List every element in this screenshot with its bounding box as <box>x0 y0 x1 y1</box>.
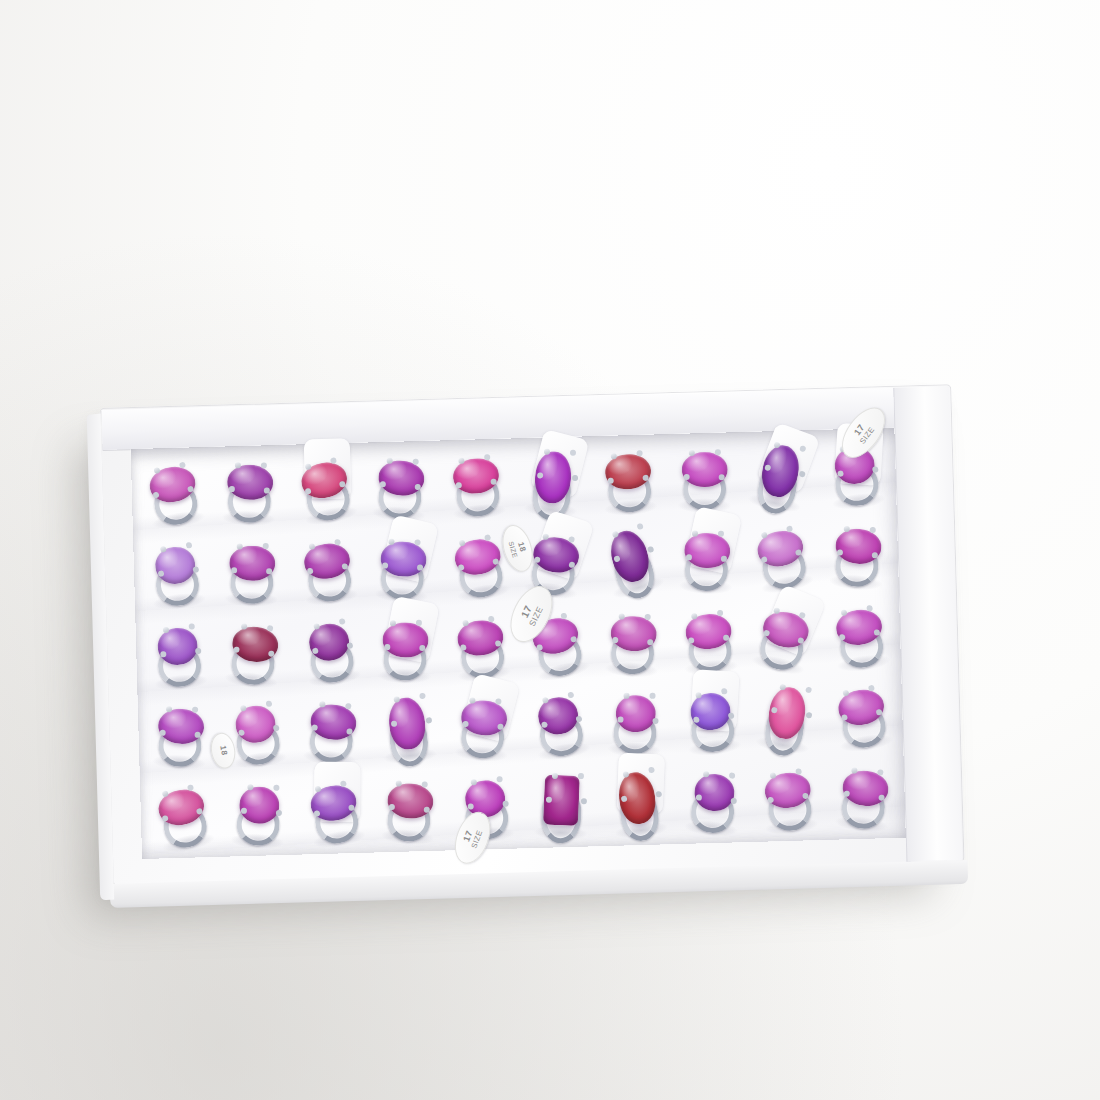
ring <box>290 765 378 857</box>
tray-floor: 17 SIZE 18 SIZE 17 SIZE 18 17 SIZE <box>131 428 906 859</box>
ring <box>212 607 296 696</box>
ring <box>138 768 228 862</box>
ring <box>672 757 755 845</box>
ring <box>137 610 220 698</box>
ring <box>435 440 518 528</box>
ring <box>819 670 906 761</box>
ring <box>735 429 824 522</box>
ring <box>667 516 746 600</box>
ring <box>210 448 289 532</box>
ring <box>213 530 291 613</box>
ring <box>817 590 903 680</box>
ring <box>739 589 830 684</box>
ring <box>666 437 742 518</box>
ring <box>285 524 371 614</box>
ring <box>443 683 525 769</box>
ring <box>130 446 218 538</box>
ring <box>367 606 445 689</box>
ring <box>669 675 754 764</box>
ring <box>743 672 830 763</box>
ring-stone <box>543 775 580 826</box>
ring <box>817 511 899 597</box>
ring <box>823 752 907 841</box>
ring <box>583 511 678 609</box>
ring <box>366 684 449 772</box>
ring <box>369 766 451 852</box>
ring <box>522 763 601 847</box>
ring <box>134 529 219 618</box>
ring <box>595 758 681 848</box>
ring-stone <box>681 452 727 487</box>
ring <box>747 754 832 843</box>
ring <box>593 599 673 684</box>
ring-stone <box>229 545 276 581</box>
ring <box>286 604 373 695</box>
ring <box>596 680 675 764</box>
ring <box>587 436 669 523</box>
ring <box>140 692 220 777</box>
ring <box>280 441 370 535</box>
ring <box>218 771 298 856</box>
ring <box>515 678 603 770</box>
rings-grid <box>135 432 904 857</box>
jewelry-tray: 17 SIZE 18 SIZE 17 SIZE 18 17 SIZE <box>99 384 964 886</box>
size-tag-number: 18 <box>218 745 228 756</box>
